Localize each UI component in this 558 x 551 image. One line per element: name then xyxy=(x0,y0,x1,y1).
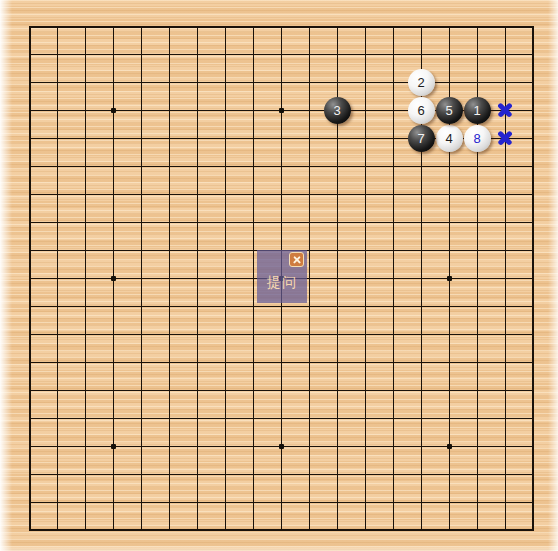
stone-black-P15: 7 xyxy=(408,125,435,152)
move-number-label: 8 xyxy=(473,132,480,145)
stone-white-P16: 6 xyxy=(408,97,435,124)
move-number-label: 1 xyxy=(473,104,480,117)
x-mark-S16[interactable] xyxy=(497,102,513,118)
stone-white-R15: 8 xyxy=(464,125,491,152)
stone-black-Q16: 5 xyxy=(436,97,463,124)
x-mark-S15[interactable] xyxy=(497,130,513,146)
move-number-label: 6 xyxy=(417,104,424,117)
move-number-label: 7 xyxy=(417,132,424,145)
move-number-label: 3 xyxy=(333,104,340,117)
stone-white-P17: 2 xyxy=(408,69,435,96)
stone-black-M16: 3 xyxy=(324,97,351,124)
stone-black-R16: 1 xyxy=(464,97,491,124)
question-label: 提问 xyxy=(257,274,307,292)
question-overlay: 提问 xyxy=(257,250,307,303)
go-board[interactable]: 12345678 提问 xyxy=(0,0,558,551)
move-number-label: 2 xyxy=(417,76,424,89)
stone-white-Q15: 4 xyxy=(436,125,463,152)
move-number-label: 4 xyxy=(445,132,452,145)
move-number-label: 5 xyxy=(445,104,452,117)
close-button[interactable] xyxy=(289,252,304,267)
app-screen: 12345678 提问 xyxy=(0,0,558,551)
